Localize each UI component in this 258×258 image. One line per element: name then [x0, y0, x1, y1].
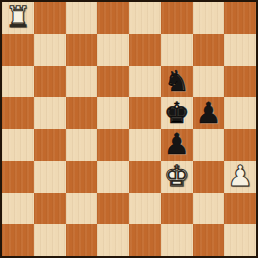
square-c2[interactable]: [66, 193, 98, 225]
square-h3[interactable]: ♟: [224, 161, 256, 193]
square-d2[interactable]: [97, 193, 129, 225]
white-king[interactable]: ♚: [164, 161, 190, 192]
square-e1[interactable]: [129, 224, 161, 256]
square-e5[interactable]: [129, 97, 161, 129]
square-a3[interactable]: [2, 161, 34, 193]
black-pawn[interactable]: ♟: [164, 129, 190, 160]
square-d3[interactable]: [97, 161, 129, 193]
square-e2[interactable]: [129, 193, 161, 225]
black-pawn[interactable]: ♟: [195, 98, 221, 129]
square-g8[interactable]: [193, 2, 225, 34]
square-c8[interactable]: [66, 2, 98, 34]
square-h6[interactable]: [224, 66, 256, 98]
square-f7[interactable]: [161, 34, 193, 66]
square-g2[interactable]: [193, 193, 225, 225]
square-a6[interactable]: [2, 66, 34, 98]
square-f4[interactable]: ♟: [161, 129, 193, 161]
square-g6[interactable]: [193, 66, 225, 98]
square-g1[interactable]: [193, 224, 225, 256]
square-h2[interactable]: [224, 193, 256, 225]
square-c3[interactable]: [66, 161, 98, 193]
square-c5[interactable]: [66, 97, 98, 129]
square-e7[interactable]: [129, 34, 161, 66]
square-f3[interactable]: ♚: [161, 161, 193, 193]
square-g7[interactable]: [193, 34, 225, 66]
square-b6[interactable]: [34, 66, 66, 98]
square-c4[interactable]: [66, 129, 98, 161]
chess-board: ♜♞♚♟♟♚♟: [2, 2, 256, 256]
square-g4[interactable]: [193, 129, 225, 161]
square-a2[interactable]: [2, 193, 34, 225]
square-d8[interactable]: [97, 2, 129, 34]
square-d6[interactable]: [97, 66, 129, 98]
square-f8[interactable]: [161, 2, 193, 34]
square-a8[interactable]: ♜: [2, 2, 34, 34]
square-d5[interactable]: [97, 97, 129, 129]
square-b8[interactable]: [34, 2, 66, 34]
square-f1[interactable]: [161, 224, 193, 256]
square-b7[interactable]: [34, 34, 66, 66]
square-e8[interactable]: [129, 2, 161, 34]
square-h8[interactable]: [224, 2, 256, 34]
square-e3[interactable]: [129, 161, 161, 193]
chess-board-frame: ♜♞♚♟♟♚♟: [0, 0, 258, 258]
square-d1[interactable]: [97, 224, 129, 256]
square-h1[interactable]: [224, 224, 256, 256]
square-c1[interactable]: [66, 224, 98, 256]
square-b3[interactable]: [34, 161, 66, 193]
square-h7[interactable]: [224, 34, 256, 66]
square-h5[interactable]: [224, 97, 256, 129]
square-a1[interactable]: [2, 224, 34, 256]
square-a5[interactable]: [2, 97, 34, 129]
black-king[interactable]: ♚: [164, 98, 190, 129]
square-c6[interactable]: [66, 66, 98, 98]
square-f5[interactable]: ♚: [161, 97, 193, 129]
square-f6[interactable]: ♞: [161, 66, 193, 98]
black-knight[interactable]: ♞: [164, 66, 190, 97]
white-pawn[interactable]: ♟: [227, 161, 253, 192]
square-b5[interactable]: [34, 97, 66, 129]
square-a4[interactable]: [2, 129, 34, 161]
white-rook[interactable]: ♜: [5, 2, 31, 33]
square-a7[interactable]: [2, 34, 34, 66]
square-d7[interactable]: [97, 34, 129, 66]
square-e4[interactable]: [129, 129, 161, 161]
square-c7[interactable]: [66, 34, 98, 66]
square-b1[interactable]: [34, 224, 66, 256]
square-g5[interactable]: ♟: [193, 97, 225, 129]
square-h4[interactable]: [224, 129, 256, 161]
square-d4[interactable]: [97, 129, 129, 161]
square-f2[interactable]: [161, 193, 193, 225]
square-b4[interactable]: [34, 129, 66, 161]
square-b2[interactable]: [34, 193, 66, 225]
square-g3[interactable]: [193, 161, 225, 193]
square-e6[interactable]: [129, 66, 161, 98]
